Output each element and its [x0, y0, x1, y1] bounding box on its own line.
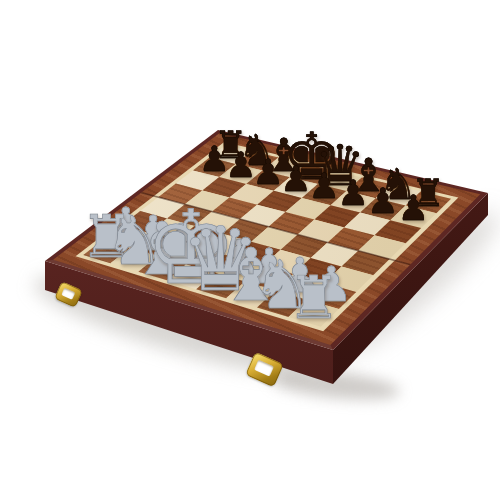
piece-dark-pawn-h7: ♟ [398, 191, 429, 226]
piece-silver-rook-h1: ♜ [287, 268, 340, 327]
piece-dark-pawn-f7: ♟ [338, 176, 369, 211]
piece-dark-pawn-g7: ♟ [367, 184, 398, 219]
piece-dark-pawn-e7: ♟ [309, 169, 340, 204]
piece-layer: ♜♞♝♚♛♝♞♜♟♟♟♟♟♟♟♟♟♟♟♟♟♟♟♟♜♞♝♚♛♝♞♜ [0, 0, 500, 500]
piece-dark-pawn-d7: ♟ [280, 162, 311, 197]
chess-set-photo: ♜♞♝♚♛♝♞♜♟♟♟♟♟♟♟♟♟♟♟♟♟♟♟♟♜♞♝♚♛♝♞♜ [0, 0, 500, 500]
piece-dark-pawn-c7: ♟ [252, 155, 283, 190]
